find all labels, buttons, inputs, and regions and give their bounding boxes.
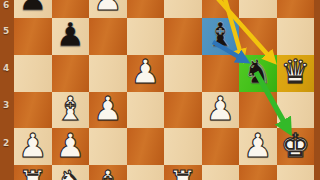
square-g2[interactable]: ♟: [239, 128, 277, 165]
square-g3[interactable]: [239, 92, 277, 129]
white-pawn-d4[interactable]: ♟: [130, 54, 160, 90]
square-b1[interactable]: ♞: [52, 165, 90, 180]
chess-board: ♟♟♟♝♟♞♛♝♟♟♟♟♟♚♜♞♝♜: [14, 0, 314, 180]
square-a6[interactable]: ♟: [14, 0, 52, 18]
square-e5[interactable]: [164, 18, 202, 55]
white-rook-e1[interactable]: ♜: [168, 165, 198, 180]
square-e2[interactable]: [164, 128, 202, 165]
square-c3[interactable]: ♟: [89, 92, 127, 129]
square-c5[interactable]: [89, 18, 127, 55]
square-c2[interactable]: [89, 128, 127, 165]
rank-label-3: 3: [3, 100, 14, 110]
white-pawn-a2[interactable]: ♟: [18, 128, 48, 164]
white-rook-a1[interactable]: ♜: [18, 165, 48, 180]
square-g5[interactable]: [239, 18, 277, 55]
square-c1[interactable]: ♝: [89, 165, 127, 180]
rank-label-4: 4: [3, 63, 14, 73]
chess-board-screenshot: ♟♟♟♝♟♞♛♝♟♟♟♟♟♚♜♞♝♜ 65432: [0, 0, 320, 180]
square-c4[interactable]: [89, 55, 127, 92]
white-bishop-c1[interactable]: ♝: [93, 165, 123, 180]
white-queen-h4[interactable]: ♛: [280, 54, 310, 90]
square-h1[interactable]: [277, 165, 315, 180]
square-h4[interactable]: ♛: [277, 55, 315, 92]
black-pawn-b5[interactable]: ♟: [55, 17, 85, 53]
square-b5[interactable]: ♟: [52, 18, 90, 55]
square-a5[interactable]: [14, 18, 52, 55]
square-d3[interactable]: [127, 92, 165, 129]
square-a2[interactable]: ♟: [14, 128, 52, 165]
white-pawn-c3[interactable]: ♟: [93, 91, 123, 127]
square-a3[interactable]: [14, 92, 52, 129]
white-pawn-b2[interactable]: ♟: [55, 128, 85, 164]
white-pawn-g2[interactable]: ♟: [243, 128, 273, 164]
square-d5[interactable]: [127, 18, 165, 55]
white-pawn-f3[interactable]: ♟: [205, 91, 235, 127]
black-pawn-a6[interactable]: ♟: [18, 0, 48, 17]
square-d1[interactable]: [127, 165, 165, 180]
white-pawn-c6[interactable]: ♟: [93, 0, 123, 17]
square-d2[interactable]: [127, 128, 165, 165]
rank-label-5: 5: [3, 26, 14, 36]
square-f5[interactable]: ♝: [202, 18, 240, 55]
square-f2[interactable]: [202, 128, 240, 165]
square-f3[interactable]: ♟: [202, 92, 240, 129]
square-c6[interactable]: ♟: [89, 0, 127, 18]
square-a4[interactable]: [14, 55, 52, 92]
square-f1[interactable]: [202, 165, 240, 180]
square-e4[interactable]: [164, 55, 202, 92]
square-g1[interactable]: [239, 165, 277, 180]
black-knight-g4[interactable]: ♞: [243, 54, 273, 90]
white-bishop-b3[interactable]: ♝: [55, 91, 85, 127]
square-e3[interactable]: [164, 92, 202, 129]
square-b4[interactable]: [52, 55, 90, 92]
white-king-h2[interactable]: ♚: [280, 128, 310, 164]
square-h5[interactable]: [277, 18, 315, 55]
square-d6[interactable]: [127, 0, 165, 18]
square-g6[interactable]: [239, 0, 277, 18]
square-a1[interactable]: ♜: [14, 165, 52, 180]
square-g4[interactable]: ♞: [239, 55, 277, 92]
rank-label-2: 2: [3, 138, 14, 148]
square-b3[interactable]: ♝: [52, 92, 90, 129]
rank-label-6: 6: [3, 0, 14, 10]
square-b2[interactable]: ♟: [52, 128, 90, 165]
square-e6[interactable]: [164, 0, 202, 18]
white-knight-b1[interactable]: ♞: [55, 165, 85, 180]
square-h6[interactable]: [277, 0, 315, 18]
square-e1[interactable]: ♜: [164, 165, 202, 180]
square-f4[interactable]: [202, 55, 240, 92]
square-h3[interactable]: [277, 92, 315, 129]
square-d4[interactable]: ♟: [127, 55, 165, 92]
square-h2[interactable]: ♚: [277, 128, 315, 165]
black-bishop-f5[interactable]: ♝: [205, 17, 235, 53]
